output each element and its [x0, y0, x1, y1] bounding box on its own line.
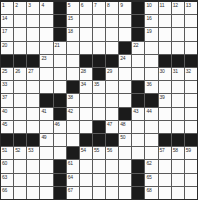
black-cell-4-0	[1, 55, 13, 67]
clue-number-57: 57	[160, 147, 165, 153]
cell-3-2[interactable]	[27, 42, 39, 54]
cell-10-10[interactable]	[132, 134, 144, 146]
cell-3-4[interactable]: 21	[54, 42, 66, 54]
cell-9-12[interactable]	[159, 121, 171, 133]
cell-5-9[interactable]	[119, 68, 131, 80]
cell-5-5[interactable]	[67, 68, 79, 80]
black-cell-14-4	[54, 187, 66, 199]
cell-12-7[interactable]	[93, 160, 105, 172]
cell-3-12[interactable]	[159, 42, 171, 54]
cell-14-11[interactable]: 68	[145, 187, 157, 199]
clue-number-24: 24	[120, 55, 125, 61]
black-cell-7-4	[54, 94, 66, 106]
cell-0-12[interactable]: 11	[159, 2, 171, 14]
black-cell-3-9	[119, 42, 131, 54]
cell-8-11[interactable]: 44	[145, 108, 157, 120]
black-cell-4-1	[14, 55, 26, 67]
clue-number-11: 11	[160, 2, 165, 8]
clue-number-22: 22	[133, 42, 138, 48]
cell-5-11[interactable]	[145, 68, 157, 80]
black-cell-10-1	[14, 134, 26, 146]
clue-number-62: 62	[146, 160, 151, 166]
cell-9-4[interactable]: 46	[54, 121, 66, 133]
cell-1-6[interactable]	[80, 15, 92, 27]
clue-number-10: 10	[146, 2, 151, 8]
cell-2-3[interactable]	[40, 28, 52, 40]
cell-9-9[interactable]: 48	[119, 121, 131, 133]
cell-0-8[interactable]: 8	[106, 2, 118, 14]
cell-2-0[interactable]: 17	[1, 28, 13, 40]
clue-number-23: 23	[41, 55, 46, 61]
black-cell-11-5	[67, 147, 79, 159]
cell-12-1[interactable]	[14, 160, 26, 172]
cell-13-2[interactable]	[27, 174, 39, 186]
clue-number-16: 16	[146, 15, 151, 21]
cell-6-6[interactable]: 34	[80, 81, 92, 93]
clue-number-37: 37	[2, 94, 7, 100]
black-cell-10-8	[106, 134, 118, 146]
clue-number-41: 41	[41, 108, 46, 114]
cell-6-0[interactable]: 33	[1, 81, 13, 93]
cell-12-11[interactable]: 62	[145, 160, 157, 172]
cell-9-14[interactable]	[185, 121, 197, 133]
black-cell-13-4	[54, 174, 66, 186]
cell-0-2[interactable]: 3	[27, 2, 39, 14]
black-cell-8-9	[119, 108, 131, 120]
cell-13-7[interactable]	[93, 174, 105, 186]
cell-7-13[interactable]	[172, 94, 184, 106]
cell-5-8[interactable]: 29	[106, 68, 118, 80]
clue-number-5: 5	[68, 2, 70, 8]
cell-5-2[interactable]: 27	[27, 68, 39, 80]
cell-2-11[interactable]: 19	[145, 28, 157, 40]
cell-3-13[interactable]	[172, 42, 184, 54]
cell-9-10[interactable]	[132, 121, 144, 133]
clue-number-61: 61	[68, 160, 73, 166]
cell-7-0[interactable]: 37	[1, 94, 13, 106]
cell-13-5[interactable]: 64	[67, 174, 79, 186]
cell-14-8[interactable]	[106, 187, 118, 199]
cell-1-7[interactable]	[93, 15, 105, 27]
cell-8-13[interactable]	[172, 108, 184, 120]
cell-9-1[interactable]	[14, 121, 26, 133]
cell-13-3[interactable]	[40, 174, 52, 186]
cell-12-2[interactable]	[27, 160, 39, 172]
cell-9-11[interactable]	[145, 121, 157, 133]
clue-number-39: 39	[160, 94, 165, 100]
cell-6-12[interactable]	[159, 81, 171, 93]
cell-14-14[interactable]	[185, 187, 197, 199]
black-cell-14-10	[132, 187, 144, 199]
clue-number-13: 13	[186, 2, 191, 8]
cell-6-13[interactable]	[172, 81, 184, 93]
cell-1-2[interactable]	[27, 15, 39, 27]
clue-number-48: 48	[120, 121, 125, 127]
cell-7-14[interactable]	[185, 94, 197, 106]
cell-11-9[interactable]	[119, 147, 131, 159]
cell-8-7[interactable]	[93, 108, 105, 120]
cell-5-13[interactable]: 31	[172, 68, 184, 80]
cell-9-3[interactable]	[40, 121, 52, 133]
crossword-grid: 1234567891011121314151617181920212223242…	[0, 0, 198, 200]
black-cell-4-8	[106, 55, 118, 67]
black-cell-2-4	[54, 28, 66, 40]
cell-14-5[interactable]: 67	[67, 187, 79, 199]
cell-0-9[interactable]: 9	[119, 2, 131, 14]
clue-number-32: 32	[186, 68, 191, 74]
black-cell-7-10	[132, 94, 144, 106]
clue-number-66: 66	[2, 187, 7, 193]
clue-number-51: 51	[2, 147, 7, 153]
cell-12-14[interactable]	[185, 160, 197, 172]
black-cell-7-11	[145, 94, 157, 106]
cell-5-4[interactable]	[54, 68, 66, 80]
clue-number-49: 49	[41, 134, 46, 140]
cell-6-2[interactable]	[27, 81, 39, 93]
cell-2-8[interactable]	[106, 28, 118, 40]
cell-1-9[interactable]	[119, 15, 131, 27]
cell-3-14[interactable]	[185, 42, 197, 54]
clue-number-36: 36	[146, 81, 151, 87]
cell-4-3[interactable]: 23	[40, 55, 52, 67]
cell-0-0[interactable]: 1	[1, 2, 13, 14]
black-cell-10-13	[172, 134, 184, 146]
clue-number-40: 40	[2, 108, 7, 114]
clue-number-26: 26	[15, 68, 20, 74]
cell-1-8[interactable]	[106, 15, 118, 27]
cell-7-7[interactable]	[93, 94, 105, 106]
black-cell-4-12	[159, 55, 171, 67]
cell-2-13[interactable]	[172, 28, 184, 40]
cell-5-1[interactable]: 26	[14, 68, 26, 80]
clue-number-29: 29	[107, 68, 112, 74]
cell-13-6[interactable]	[80, 174, 92, 186]
cell-1-5[interactable]: 15	[67, 15, 79, 27]
cell-5-6[interactable]: 28	[80, 68, 92, 80]
cell-10-4[interactable]	[54, 134, 66, 146]
clue-number-60: 60	[2, 160, 7, 166]
clue-number-3: 3	[28, 2, 30, 8]
cell-6-7[interactable]: 35	[93, 81, 105, 93]
cell-4-4[interactable]	[54, 55, 66, 67]
clue-number-67: 67	[68, 187, 73, 193]
cell-4-11[interactable]	[145, 55, 157, 67]
cell-3-8[interactable]	[106, 42, 118, 54]
clue-number-47: 47	[107, 121, 112, 127]
clue-number-35: 35	[94, 81, 99, 87]
cell-11-4[interactable]	[54, 147, 66, 159]
black-cell-9-7	[93, 121, 105, 133]
cell-5-10[interactable]	[132, 68, 144, 80]
clue-number-38: 38	[68, 94, 73, 100]
cell-8-3[interactable]: 41	[40, 108, 52, 120]
cell-11-14[interactable]: 59	[185, 147, 197, 159]
cell-12-3[interactable]	[40, 160, 52, 172]
clue-number-63: 63	[2, 174, 7, 180]
clue-number-7: 7	[94, 2, 96, 8]
cell-6-4[interactable]	[54, 81, 66, 93]
cell-11-3[interactable]	[40, 147, 52, 159]
black-cell-10-2	[27, 134, 39, 146]
cell-3-0[interactable]: 20	[1, 42, 13, 54]
cell-4-10[interactable]	[132, 55, 144, 67]
black-cell-4-14	[185, 55, 197, 67]
cell-10-5[interactable]	[67, 134, 79, 146]
black-cell-12-10	[132, 160, 144, 172]
cell-10-9[interactable]: 50	[119, 134, 131, 146]
cell-5-3[interactable]	[40, 68, 52, 80]
cell-14-13[interactable]	[172, 187, 184, 199]
black-cell-8-4	[54, 108, 66, 120]
cell-14-2[interactable]	[27, 187, 39, 199]
cell-7-5[interactable]: 38	[67, 94, 79, 106]
cell-11-10[interactable]	[132, 147, 144, 159]
clue-number-2: 2	[15, 2, 17, 8]
clue-number-18: 18	[68, 28, 73, 34]
cell-14-6[interactable]	[80, 187, 92, 199]
cell-11-6[interactable]: 54	[80, 147, 92, 159]
cell-3-10[interactable]: 22	[132, 42, 144, 54]
cell-12-12[interactable]	[159, 160, 171, 172]
clue-number-59: 59	[186, 147, 191, 153]
clue-number-46: 46	[55, 121, 60, 127]
cell-12-5[interactable]: 61	[67, 160, 79, 172]
clue-number-20: 20	[2, 42, 7, 48]
cell-1-3[interactable]	[40, 15, 52, 27]
cell-2-12[interactable]	[159, 28, 171, 40]
cell-0-6[interactable]: 6	[80, 2, 92, 14]
cell-13-14[interactable]	[185, 174, 197, 186]
clue-number-25: 25	[2, 68, 7, 74]
cell-3-3[interactable]	[40, 42, 52, 54]
crossword-diagram: 1234567891011121314151617181920212223242…	[0, 0, 198, 200]
clue-number-42: 42	[68, 108, 73, 114]
cell-2-14[interactable]	[185, 28, 197, 40]
cell-11-12[interactable]: 57	[159, 147, 171, 159]
black-cell-4-7	[93, 55, 105, 67]
cell-7-2[interactable]	[27, 94, 39, 106]
cell-3-7[interactable]	[93, 42, 105, 54]
black-cell-7-3	[40, 94, 52, 106]
cell-2-7[interactable]	[93, 28, 105, 40]
clue-number-6: 6	[81, 2, 83, 8]
clue-number-68: 68	[146, 187, 151, 193]
cell-11-13[interactable]: 58	[172, 147, 184, 159]
cell-1-13[interactable]	[172, 15, 184, 27]
clue-number-56: 56	[107, 147, 112, 153]
black-cell-10-7	[93, 134, 105, 146]
clue-number-44: 44	[146, 108, 151, 114]
clue-number-45: 45	[2, 121, 7, 127]
clue-number-64: 64	[68, 174, 73, 180]
cell-13-12[interactable]	[159, 174, 171, 186]
cell-12-9[interactable]	[119, 160, 131, 172]
clue-number-43: 43	[133, 108, 138, 114]
cell-0-5[interactable]: 5	[67, 2, 79, 14]
cell-8-1[interactable]	[14, 108, 26, 120]
cell-11-7[interactable]: 55	[93, 147, 105, 159]
clue-number-15: 15	[68, 15, 73, 21]
black-cell-4-6	[80, 55, 92, 67]
cell-2-5[interactable]: 18	[67, 28, 79, 40]
cell-0-14[interactable]: 13	[185, 2, 197, 14]
cell-7-9[interactable]	[119, 94, 131, 106]
cell-3-11[interactable]	[145, 42, 157, 54]
cell-8-12[interactable]	[159, 108, 171, 120]
black-cell-1-4	[54, 15, 66, 27]
cell-4-5[interactable]	[67, 55, 79, 67]
cell-10-11[interactable]	[145, 134, 157, 146]
cell-8-6[interactable]	[80, 108, 92, 120]
black-cell-6-10	[132, 81, 144, 93]
clue-number-19: 19	[146, 28, 151, 34]
cell-11-0[interactable]: 51	[1, 147, 13, 159]
cell-1-12[interactable]	[159, 15, 171, 27]
clue-number-12: 12	[173, 2, 178, 8]
cell-9-6[interactable]	[80, 121, 92, 133]
cell-3-5[interactable]	[67, 42, 79, 54]
clue-number-17: 17	[2, 28, 7, 34]
clue-number-33: 33	[2, 81, 7, 87]
cell-0-3[interactable]: 4	[40, 2, 52, 14]
cell-11-2[interactable]: 53	[27, 147, 39, 159]
cell-13-1[interactable]	[14, 174, 26, 186]
black-cell-2-10	[132, 28, 144, 40]
cell-9-13[interactable]	[172, 121, 184, 133]
black-cell-12-4	[54, 160, 66, 172]
cell-9-8[interactable]: 47	[106, 121, 118, 133]
cell-14-3[interactable]	[40, 187, 52, 199]
clue-number-30: 30	[160, 68, 165, 74]
cell-7-8[interactable]	[106, 94, 118, 106]
clue-number-34: 34	[81, 81, 86, 87]
cell-2-1[interactable]	[14, 28, 26, 40]
cell-13-11[interactable]: 65	[145, 174, 157, 186]
black-cell-13-10	[132, 174, 144, 186]
cell-3-6[interactable]	[80, 42, 92, 54]
cell-1-11[interactable]: 16	[145, 15, 157, 27]
clue-number-55: 55	[94, 147, 99, 153]
cell-8-5[interactable]: 42	[67, 108, 79, 120]
clue-number-9: 9	[120, 2, 122, 8]
clue-number-58: 58	[173, 147, 178, 153]
cell-8-0[interactable]: 40	[1, 108, 13, 120]
cell-3-1[interactable]	[14, 42, 26, 54]
cell-14-7[interactable]	[93, 187, 105, 199]
cell-14-9[interactable]	[119, 187, 131, 199]
cell-2-2[interactable]	[27, 28, 39, 40]
clue-number-21: 21	[55, 42, 60, 48]
cell-6-9[interactable]	[119, 81, 131, 93]
cell-12-0[interactable]: 60	[1, 160, 13, 172]
cell-1-1[interactable]	[14, 15, 26, 27]
cell-7-1[interactable]	[14, 94, 26, 106]
cell-13-0[interactable]: 63	[1, 174, 13, 186]
clue-number-52: 52	[15, 147, 20, 153]
clue-number-31: 31	[173, 68, 178, 74]
clue-number-14: 14	[2, 15, 7, 21]
black-cell-10-0	[1, 134, 13, 146]
cell-0-1[interactable]: 2	[14, 2, 26, 14]
cell-5-12[interactable]: 30	[159, 68, 171, 80]
black-cell-10-12	[159, 134, 171, 146]
cell-0-7[interactable]: 7	[93, 2, 105, 14]
clue-number-28: 28	[81, 68, 86, 74]
black-cell-5-7	[93, 68, 105, 80]
black-cell-1-10	[132, 15, 144, 27]
black-cell-0-4	[54, 2, 66, 14]
cell-14-12[interactable]	[159, 187, 171, 199]
cell-6-14[interactable]	[185, 81, 197, 93]
cell-6-3[interactable]	[40, 81, 52, 93]
cell-6-11[interactable]: 36	[145, 81, 157, 93]
cell-8-10[interactable]: 43	[132, 108, 144, 120]
cell-2-9[interactable]	[119, 28, 131, 40]
cell-13-8[interactable]	[106, 174, 118, 186]
cell-14-0[interactable]: 66	[1, 187, 13, 199]
black-cell-10-6	[80, 134, 92, 146]
cell-12-6[interactable]	[80, 160, 92, 172]
cell-8-14[interactable]	[185, 108, 197, 120]
black-cell-4-13	[172, 55, 184, 67]
clue-number-54: 54	[81, 147, 86, 153]
cell-14-1[interactable]	[14, 187, 26, 199]
black-cell-4-2	[27, 55, 39, 67]
cell-1-0[interactable]: 14	[1, 15, 13, 27]
cell-1-14[interactable]	[185, 15, 197, 27]
cell-8-8[interactable]	[106, 108, 118, 120]
clue-number-53: 53	[28, 147, 33, 153]
cell-11-1[interactable]: 52	[14, 147, 26, 159]
clue-number-65: 65	[146, 174, 151, 180]
cell-9-5[interactable]	[67, 121, 79, 133]
cell-2-6[interactable]	[80, 28, 92, 40]
cell-9-0[interactable]: 45	[1, 121, 13, 133]
cell-13-9[interactable]	[119, 174, 131, 186]
cell-12-13[interactable]	[172, 160, 184, 172]
black-cell-0-10	[132, 2, 144, 14]
cell-11-8[interactable]: 56	[106, 147, 118, 159]
cell-10-3[interactable]: 49	[40, 134, 52, 146]
clue-number-8: 8	[107, 2, 109, 8]
cell-5-14[interactable]: 32	[185, 68, 197, 80]
clue-number-50: 50	[120, 134, 125, 140]
cell-6-1[interactable]	[14, 81, 26, 93]
cell-13-13[interactable]	[172, 174, 184, 186]
cell-5-0[interactable]: 25	[1, 68, 13, 80]
cell-8-2[interactable]	[27, 108, 39, 120]
cell-0-13[interactable]: 12	[172, 2, 184, 14]
clue-number-27: 27	[28, 68, 33, 74]
cell-12-8[interactable]	[106, 160, 118, 172]
cell-0-11[interactable]: 10	[145, 2, 157, 14]
black-cell-10-14	[185, 134, 197, 146]
cell-4-9[interactable]: 24	[119, 55, 131, 67]
black-cell-6-5	[67, 81, 79, 93]
clue-number-1: 1	[2, 2, 4, 8]
cell-11-11[interactable]	[145, 147, 157, 159]
cell-7-6[interactable]	[80, 94, 92, 106]
cell-7-12[interactable]: 39	[159, 94, 171, 106]
cell-6-8[interactable]	[106, 81, 118, 93]
cell-9-2[interactable]	[27, 121, 39, 133]
clue-number-4: 4	[41, 2, 43, 8]
